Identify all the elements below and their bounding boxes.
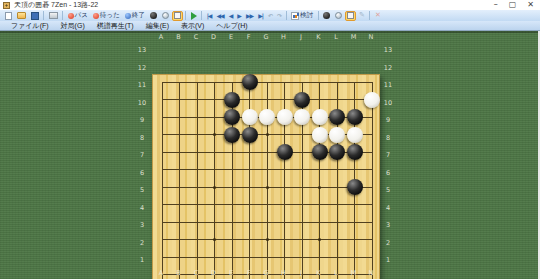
coord-label-2: 2 — [136, 239, 148, 247]
grid-line-horizontal — [162, 222, 373, 223]
last-move-icon: ▶| — [258, 12, 263, 19]
stone-black-E10 — [224, 127, 240, 143]
stone-black-M7 — [347, 179, 363, 195]
stone-black-J12 — [294, 92, 310, 108]
grid-line-horizontal — [162, 99, 373, 100]
forward-icon: ▶ — [237, 12, 241, 19]
end-game-button[interactable]: 終了 — [123, 11, 147, 21]
coord-label-B: B — [173, 33, 185, 41]
black-stone-icon — [323, 12, 330, 19]
stone-black-L11 — [329, 109, 345, 125]
coord-label-5: 5 — [382, 186, 394, 194]
grid-line-vertical — [162, 82, 163, 279]
stone-black-K9 — [312, 144, 328, 160]
coord-label-12: 12 — [382, 64, 394, 72]
star-point-D4 — [213, 238, 216, 241]
marker-icon — [347, 12, 354, 19]
menu-game[interactable]: 対局(G) — [55, 21, 91, 31]
territory-icon — [162, 12, 169, 19]
grid-line-horizontal — [162, 82, 373, 83]
app-icon — [3, 2, 10, 9]
coord-label-7: 7 — [136, 151, 148, 159]
fast-back-icon: ◀◀ — [216, 12, 223, 19]
back-button[interactable]: ◀ — [227, 11, 235, 21]
star-point-G10 — [266, 133, 269, 136]
coord-label-N: N — [365, 33, 377, 41]
coord-label-D: D — [208, 269, 220, 277]
coord-label-5: 5 — [136, 186, 148, 194]
coord-label-B: B — [173, 269, 185, 277]
toolbar-separator — [201, 11, 202, 20]
undo-move-button[interactable]: 待った — [91, 11, 122, 21]
print-button[interactable] — [47, 11, 60, 21]
fast-back-button[interactable]: ◀◀ — [214, 11, 225, 21]
window-title: 天頂の囲碁 7Zen - 13路-22 — [14, 0, 98, 10]
coord-label-13: 13 — [382, 46, 394, 54]
coord-label-E: E — [225, 33, 237, 41]
marker-tool-button[interactable] — [345, 11, 356, 21]
coord-label-C: C — [190, 33, 202, 41]
end-game-icon — [125, 13, 131, 19]
coord-label-C: C — [190, 269, 202, 277]
play-icon — [191, 12, 197, 20]
coord-label-11: 11 — [136, 81, 148, 89]
count-stone-icon — [335, 12, 342, 19]
forward-button[interactable]: ▶ — [235, 11, 243, 21]
save-button[interactable] — [29, 11, 41, 21]
coord-label-F: F — [243, 33, 255, 41]
black-stone-tool-button[interactable] — [321, 11, 332, 21]
undo-icon — [93, 13, 99, 19]
coord-label-9: 9 — [136, 116, 148, 124]
toolbar-separator — [286, 11, 287, 20]
play-button[interactable] — [189, 11, 199, 21]
toolbar-separator — [62, 11, 63, 20]
coord-label-J: J — [295, 269, 307, 277]
title-bar: 天頂の囲碁 7Zen - 13路-22 – ▢ ✕ — [0, 0, 540, 10]
coord-label-F: F — [243, 269, 255, 277]
stone-white-L10 — [329, 127, 345, 143]
menu-file[interactable]: ファイル(F) — [5, 21, 55, 31]
menu-replay[interactable]: 棋譜再生(T) — [91, 21, 140, 31]
star-point-K4 — [318, 238, 321, 241]
pencil-tool-button[interactable]: ✎ — [357, 11, 367, 21]
star-point-D7 — [213, 186, 216, 189]
menu-help[interactable]: ヘルプ(H) — [210, 21, 253, 31]
stone-white-J11 — [294, 109, 310, 125]
fast-forward-button[interactable]: ▶▶ — [244, 11, 255, 21]
close-button[interactable]: ✕ — [527, 1, 534, 9]
coord-label-4: 4 — [136, 204, 148, 212]
coord-label-N: N — [365, 269, 377, 277]
toolbar-separator — [369, 11, 370, 20]
coord-label-10: 10 — [382, 99, 394, 107]
app-window: 天頂の囲碁 7Zen - 13路-22 – ▢ ✕ パス 待った 終了 |◀ ◀… — [0, 0, 540, 279]
coord-label-13: 13 — [136, 46, 148, 54]
delete-icon: ✕ — [375, 12, 381, 19]
save-icon — [31, 12, 39, 20]
mode-button[interactable] — [172, 11, 183, 21]
grid-line-vertical — [372, 82, 373, 279]
coord-label-6: 6 — [136, 169, 148, 177]
grid-line-horizontal — [162, 169, 373, 170]
printer-icon — [49, 12, 58, 19]
coord-label-L: L — [330, 269, 342, 277]
coord-label-J: J — [295, 33, 307, 41]
toolbar-separator — [185, 11, 186, 20]
coord-label-3: 3 — [382, 221, 394, 229]
mode-icon — [174, 12, 181, 19]
coord-label-1: 1 — [136, 256, 148, 264]
coord-label-7: 7 — [382, 151, 394, 159]
branch-next-icon: ↷ — [277, 12, 281, 19]
coord-label-8: 8 — [382, 134, 394, 142]
coord-label-11: 11 — [382, 81, 394, 89]
grid-line-horizontal — [162, 257, 373, 258]
stone-black-H9 — [277, 144, 293, 160]
coord-label-D: D — [208, 33, 220, 41]
territory-button[interactable] — [160, 11, 171, 21]
coord-label-M: M — [348, 269, 360, 277]
coord-label-H: H — [278, 33, 290, 41]
stone-white-M10 — [347, 127, 363, 143]
stone-black-L9 — [329, 144, 345, 160]
grid-line-vertical — [179, 82, 180, 279]
stone-white-G11 — [259, 109, 275, 125]
branch-prev-icon: ↶ — [268, 12, 272, 19]
menu-edit[interactable]: 編集(E) — [140, 21, 175, 31]
coord-label-L: L — [330, 33, 342, 41]
stone-white-K11 — [312, 109, 328, 125]
branch-prev-button[interactable]: ↶ — [266, 11, 274, 21]
pass-button[interactable]: パス — [66, 11, 90, 21]
coord-label-8: 8 — [136, 134, 148, 142]
star-point-G7 — [266, 186, 269, 189]
stone-black-F10 — [242, 127, 258, 143]
open-button[interactable] — [15, 11, 28, 21]
stone-black-E12 — [224, 92, 240, 108]
coord-label-6: 6 — [382, 169, 394, 177]
minimize-button[interactable]: – — [494, 1, 498, 9]
maximize-button[interactable]: ▢ — [509, 1, 517, 9]
grid-line-vertical — [214, 82, 215, 279]
delete-button[interactable]: ✕ — [373, 11, 383, 21]
star-point-G4 — [266, 238, 269, 241]
stone-white-N12 — [364, 92, 380, 108]
coord-label-G: G — [260, 269, 272, 277]
coord-label-M: M — [348, 33, 360, 41]
stone-black-F13 — [242, 74, 258, 90]
coord-label-3: 3 — [136, 221, 148, 229]
first-move-button[interactable]: |◀ — [205, 11, 214, 21]
stone-white-K10 — [312, 127, 328, 143]
grid-line-horizontal — [162, 204, 373, 205]
coord-label-10: 10 — [136, 99, 148, 107]
coord-label-A: A — [155, 33, 167, 41]
grid-line-vertical — [197, 82, 198, 279]
stone-black-M9 — [347, 144, 363, 160]
toolbar-separator — [43, 11, 44, 20]
toolbar-separator — [318, 11, 319, 20]
coord-label-A: A — [155, 269, 167, 277]
pass-icon — [68, 13, 74, 19]
stone-white-H11 — [277, 109, 293, 125]
new-document-icon — [5, 12, 12, 20]
stone-black-M11 — [347, 109, 363, 125]
first-move-icon: |◀ — [207, 12, 212, 19]
count-tool-button[interactable] — [333, 11, 344, 21]
coord-label-12: 12 — [136, 64, 148, 72]
hint-stone-icon — [150, 12, 157, 19]
back-icon: ◀ — [229, 12, 233, 19]
analysis-chart-icon — [291, 12, 299, 20]
coord-label-9: 9 — [382, 116, 394, 124]
hint-button[interactable] — [148, 11, 159, 21]
coord-label-G: G — [260, 33, 272, 41]
stone-white-F11 — [242, 109, 258, 125]
new-game-button[interactable] — [3, 11, 14, 21]
coord-label-4: 4 — [382, 204, 394, 212]
analyze-button[interactable]: 検討 — [289, 11, 315, 21]
coord-label-K: K — [313, 33, 325, 41]
stone-black-E11 — [224, 109, 240, 125]
star-point-D10 — [213, 133, 216, 136]
toolbar: パス 待った 終了 |◀ ◀◀ ◀ ▶ ▶▶ ▶| ↶ ↷ 検討 ✎ ✕ — [0, 10, 540, 21]
coord-label-E: E — [225, 269, 237, 277]
menu-view[interactable]: 表示(V) — [175, 21, 210, 31]
go-board[interactable] — [152, 74, 380, 279]
fast-forward-icon: ▶▶ — [246, 12, 253, 19]
coord-label-K: K — [313, 269, 325, 277]
coord-label-H: H — [278, 269, 290, 277]
menu-bar: ファイル(F) 対局(G) 棋譜再生(T) 編集(E) 表示(V) ヘルプ(H) — [0, 21, 540, 31]
last-move-button[interactable]: ▶| — [256, 11, 265, 21]
pencil-icon: ✎ — [359, 12, 365, 19]
branch-next-button[interactable]: ↷ — [275, 11, 283, 21]
table-felt: AABBCCDDEEFFGGHHJJKKLLMMNN13131212111110… — [0, 31, 540, 279]
coord-label-2: 2 — [382, 239, 394, 247]
open-folder-icon — [17, 12, 26, 19]
coord-label-1: 1 — [382, 256, 394, 264]
star-point-K7 — [318, 186, 321, 189]
